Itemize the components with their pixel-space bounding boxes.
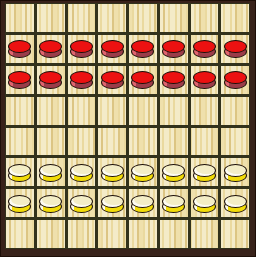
square-r5c0[interactable] bbox=[6, 158, 34, 186]
square-r2c7[interactable] bbox=[221, 66, 249, 94]
square-r5c1[interactable] bbox=[37, 158, 65, 186]
piece-top bbox=[8, 164, 31, 177]
square-r3c4[interactable] bbox=[129, 97, 157, 125]
square-r0c5[interactable] bbox=[160, 4, 188, 32]
square-r5c2[interactable] bbox=[68, 158, 96, 186]
checkers-board bbox=[5, 3, 250, 249]
square-r6c2[interactable] bbox=[68, 189, 96, 217]
red-man[interactable] bbox=[39, 71, 62, 89]
square-r0c2[interactable] bbox=[68, 4, 96, 32]
square-r4c7[interactable] bbox=[221, 128, 249, 156]
yellow-man[interactable] bbox=[101, 164, 124, 182]
square-r1c1[interactable] bbox=[37, 35, 65, 63]
piece-top bbox=[39, 195, 62, 208]
square-r3c1[interactable] bbox=[37, 97, 65, 125]
yellow-man[interactable] bbox=[39, 164, 62, 182]
red-man[interactable] bbox=[8, 71, 31, 89]
square-r2c2[interactable] bbox=[68, 66, 96, 94]
square-r1c2[interactable] bbox=[68, 35, 96, 63]
yellow-man[interactable] bbox=[70, 195, 93, 213]
piece-top bbox=[162, 164, 185, 177]
yellow-man[interactable] bbox=[224, 164, 247, 182]
red-man[interactable] bbox=[224, 40, 247, 58]
red-man[interactable] bbox=[193, 40, 216, 58]
square-r7c2[interactable] bbox=[68, 220, 96, 248]
red-man[interactable] bbox=[162, 71, 185, 89]
piece-top bbox=[224, 164, 247, 177]
square-r6c5[interactable] bbox=[160, 189, 188, 217]
square-r1c6[interactable] bbox=[191, 35, 219, 63]
red-man[interactable] bbox=[101, 71, 124, 89]
yellow-man[interactable] bbox=[70, 164, 93, 182]
square-r7c7[interactable] bbox=[221, 220, 249, 248]
square-r2c6[interactable] bbox=[191, 66, 219, 94]
square-r6c1[interactable] bbox=[37, 189, 65, 217]
square-r7c3[interactable] bbox=[98, 220, 126, 248]
red-man[interactable] bbox=[193, 71, 216, 89]
square-r2c0[interactable] bbox=[6, 66, 34, 94]
square-r7c0[interactable] bbox=[6, 220, 34, 248]
square-r5c6[interactable] bbox=[191, 158, 219, 186]
square-r0c6[interactable] bbox=[191, 4, 219, 32]
piece-top bbox=[193, 195, 216, 208]
square-r3c5[interactable] bbox=[160, 97, 188, 125]
red-man[interactable] bbox=[8, 40, 31, 58]
piece-top bbox=[131, 195, 154, 208]
square-r3c0[interactable] bbox=[6, 97, 34, 125]
square-r0c0[interactable] bbox=[6, 4, 34, 32]
square-r1c7[interactable] bbox=[221, 35, 249, 63]
piece-top bbox=[101, 71, 124, 84]
square-r1c5[interactable] bbox=[160, 35, 188, 63]
yellow-man[interactable] bbox=[162, 164, 185, 182]
piece-top bbox=[70, 195, 93, 208]
yellow-man[interactable] bbox=[193, 164, 216, 182]
square-r2c4[interactable] bbox=[129, 66, 157, 94]
red-man[interactable] bbox=[39, 40, 62, 58]
piece-top bbox=[70, 164, 93, 177]
piece-top bbox=[224, 195, 247, 208]
yellow-man[interactable] bbox=[162, 195, 185, 213]
square-r6c4[interactable] bbox=[129, 189, 157, 217]
square-r5c7[interactable] bbox=[221, 158, 249, 186]
square-r6c7[interactable] bbox=[221, 189, 249, 217]
square-r4c2[interactable] bbox=[68, 128, 96, 156]
square-r5c3[interactable] bbox=[98, 158, 126, 186]
board-frame bbox=[0, 0, 256, 257]
square-r0c7[interactable] bbox=[221, 4, 249, 32]
square-r4c1[interactable] bbox=[37, 128, 65, 156]
piece-top bbox=[101, 195, 124, 208]
square-r7c4[interactable] bbox=[129, 220, 157, 248]
piece-top bbox=[39, 164, 62, 177]
piece-top bbox=[131, 164, 154, 177]
yellow-man[interactable] bbox=[131, 195, 154, 213]
square-r6c3[interactable] bbox=[98, 189, 126, 217]
square-r7c5[interactable] bbox=[160, 220, 188, 248]
square-r2c5[interactable] bbox=[160, 66, 188, 94]
square-r2c3[interactable] bbox=[98, 66, 126, 94]
square-r4c0[interactable] bbox=[6, 128, 34, 156]
square-r4c6[interactable] bbox=[191, 128, 219, 156]
piece-top bbox=[162, 195, 185, 208]
red-man[interactable] bbox=[70, 71, 93, 89]
square-r3c6[interactable] bbox=[191, 97, 219, 125]
red-man[interactable] bbox=[224, 71, 247, 89]
screenshot bbox=[0, 0, 256, 257]
square-r7c1[interactable] bbox=[37, 220, 65, 248]
square-r5c5[interactable] bbox=[160, 158, 188, 186]
yellow-man[interactable] bbox=[131, 164, 154, 182]
square-r4c3[interactable] bbox=[98, 128, 126, 156]
square-r3c2[interactable] bbox=[68, 97, 96, 125]
red-man[interactable] bbox=[101, 40, 124, 58]
square-r1c3[interactable] bbox=[98, 35, 126, 63]
square-r3c3[interactable] bbox=[98, 97, 126, 125]
piece-top bbox=[101, 164, 124, 177]
square-r3c7[interactable] bbox=[221, 97, 249, 125]
piece-top bbox=[8, 195, 31, 208]
piece-top bbox=[224, 71, 247, 84]
yellow-man[interactable] bbox=[224, 195, 247, 213]
yellow-man[interactable] bbox=[8, 164, 31, 182]
red-man[interactable] bbox=[131, 71, 154, 89]
yellow-man[interactable] bbox=[101, 195, 124, 213]
square-r4c4[interactable] bbox=[129, 128, 157, 156]
yellow-man[interactable] bbox=[8, 195, 31, 213]
square-r2c1[interactable] bbox=[37, 66, 65, 94]
red-man[interactable] bbox=[162, 40, 185, 58]
yellow-man[interactable] bbox=[39, 195, 62, 213]
red-man[interactable] bbox=[131, 40, 154, 58]
piece-top bbox=[193, 164, 216, 177]
square-r1c0[interactable] bbox=[6, 35, 34, 63]
square-r0c3[interactable] bbox=[98, 4, 126, 32]
square-r1c4[interactable] bbox=[129, 35, 157, 63]
red-man[interactable] bbox=[70, 40, 93, 58]
square-r0c1[interactable] bbox=[37, 4, 65, 32]
square-r5c4[interactable] bbox=[129, 158, 157, 186]
square-r4c5[interactable] bbox=[160, 128, 188, 156]
square-r6c0[interactable] bbox=[6, 189, 34, 217]
square-r6c6[interactable] bbox=[191, 189, 219, 217]
yellow-man[interactable] bbox=[193, 195, 216, 213]
square-r0c4[interactable] bbox=[129, 4, 157, 32]
square-r7c6[interactable] bbox=[191, 220, 219, 248]
